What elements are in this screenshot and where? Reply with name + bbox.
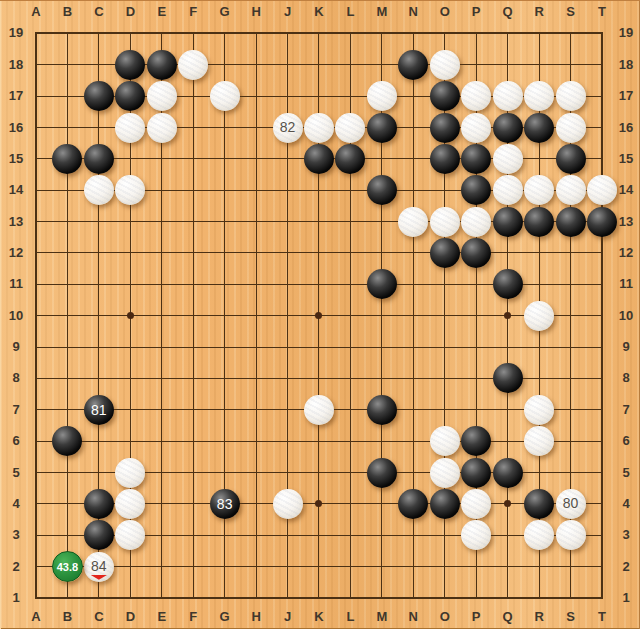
stone-white-D5 (115, 458, 145, 488)
grid-hline (35, 441, 603, 442)
stone-white-Q17 (493, 81, 523, 111)
coord-label-top: R (526, 4, 552, 20)
coord-label-top: N (400, 4, 426, 20)
stone-white-Q14 (493, 175, 523, 205)
coord-label-top: C (86, 4, 112, 20)
move-number-label: 82 (280, 120, 296, 134)
stone-white-E16 (147, 113, 177, 143)
star-point (315, 500, 322, 507)
stone-white-P4 (461, 489, 491, 519)
coord-label-right: 6 (613, 433, 639, 449)
coord-label-top: M (369, 4, 395, 20)
coord-label-bottom: O (432, 609, 458, 625)
stone-white-R14 (524, 175, 554, 205)
stone-black-M7 (367, 395, 397, 425)
coord-label-right: 7 (613, 402, 639, 418)
go-board[interactable]: AABBCCDDEEFFGGHHJJKKLLMMNNOOPPQQRRSSTT19… (0, 0, 640, 629)
coord-label-right: 4 (613, 496, 639, 512)
stone-black-M16 (367, 113, 397, 143)
star-point (504, 312, 511, 319)
coord-label-left: 11 (3, 276, 29, 292)
stone-black-M5 (367, 458, 397, 488)
stone-black-T13 (587, 207, 617, 237)
stone-white-O6 (430, 426, 460, 456)
coord-label-top: E (149, 4, 175, 20)
stone-black-S13 (556, 207, 586, 237)
stone-black-C4 (84, 489, 114, 519)
coord-label-top: Q (495, 4, 521, 20)
star-point (315, 312, 322, 319)
stone-white-F18 (178, 50, 208, 80)
coord-label-right: 9 (613, 339, 639, 355)
stone-white-S4: 80 (556, 489, 586, 519)
coord-label-bottom: D (117, 609, 143, 625)
stone-white-D3 (115, 520, 145, 550)
stone-black-Q13 (493, 207, 523, 237)
coord-label-left: 16 (3, 120, 29, 136)
coord-label-right: 10 (613, 308, 639, 324)
stone-black-D18 (115, 50, 145, 80)
coord-label-top: S (558, 4, 584, 20)
coord-label-right: 15 (613, 151, 639, 167)
coord-label-bottom: E (149, 609, 175, 625)
coord-label-right: 17 (613, 88, 639, 104)
stone-black-N4 (398, 489, 428, 519)
move-number-label: 80 (563, 496, 579, 510)
stone-white-T14 (587, 175, 617, 205)
coord-label-left: 6 (3, 433, 29, 449)
stone-black-C3 (84, 520, 114, 550)
stone-black-O15 (430, 144, 460, 174)
stone-white-K16 (304, 113, 334, 143)
stone-black-C15 (84, 144, 114, 174)
stone-white-D14 (115, 175, 145, 205)
move-number-label: 81 (91, 403, 107, 417)
stone-black-P12 (461, 238, 491, 268)
grid-hline (35, 566, 603, 567)
stone-white-S3 (556, 520, 586, 550)
stone-black-R4 (524, 489, 554, 519)
coord-label-left: 17 (3, 88, 29, 104)
stone-white-M17 (367, 81, 397, 111)
stone-black-O4 (430, 489, 460, 519)
coord-label-bottom: R (526, 609, 552, 625)
stone-black-Q16 (493, 113, 523, 143)
coord-label-left: 15 (3, 151, 29, 167)
coord-label-bottom: N (400, 609, 426, 625)
coord-label-right: 19 (613, 25, 639, 41)
stone-black-G4: 83 (210, 489, 240, 519)
stone-white-O5 (430, 458, 460, 488)
coord-label-bottom: J (275, 609, 301, 625)
stone-black-P15 (461, 144, 491, 174)
stone-white-J4 (273, 489, 303, 519)
coord-label-left: 13 (3, 214, 29, 230)
stone-black-K15 (304, 144, 334, 174)
coord-label-bottom: H (243, 609, 269, 625)
stone-black-E18 (147, 50, 177, 80)
coord-label-left: 1 (3, 590, 29, 606)
coord-label-right: 12 (613, 245, 639, 261)
stone-black-P6 (461, 426, 491, 456)
coord-label-right: 1 (613, 590, 639, 606)
stone-white-O13 (430, 207, 460, 237)
coord-label-left: 9 (3, 339, 29, 355)
coord-label-top: F (180, 4, 206, 20)
coord-label-top: J (275, 4, 301, 20)
stone-black-O17 (430, 81, 460, 111)
coord-label-top: A (23, 4, 49, 20)
coord-label-bottom: M (369, 609, 395, 625)
grid-vline (601, 32, 603, 599)
stone-white-S17 (556, 81, 586, 111)
stone-white-R3 (524, 520, 554, 550)
coord-label-bottom: K (306, 609, 332, 625)
stone-black-D17 (115, 81, 145, 111)
coord-label-top: H (243, 4, 269, 20)
grid-hline (35, 597, 603, 599)
coord-label-right: 5 (613, 465, 639, 481)
stone-black-C7: 81 (84, 395, 114, 425)
stone-white-N13 (398, 207, 428, 237)
stone-white-P17 (461, 81, 491, 111)
stone-black-B15 (52, 144, 82, 174)
stone-white-S16 (556, 113, 586, 143)
stone-white-L16 (335, 113, 365, 143)
coord-label-left: 8 (3, 370, 29, 386)
coord-label-bottom: A (23, 609, 49, 625)
stone-white-P3 (461, 520, 491, 550)
coord-label-right: 16 (613, 120, 639, 136)
coord-label-left: 18 (3, 57, 29, 73)
coord-label-top: B (54, 4, 80, 20)
coord-label-left: 3 (3, 527, 29, 543)
stone-black-O16 (430, 113, 460, 143)
coord-label-left: 14 (3, 182, 29, 198)
grid-hline (35, 347, 603, 348)
stone-black-Q8 (493, 363, 523, 393)
stone-black-O12 (430, 238, 460, 268)
star-point (127, 312, 134, 319)
go-review-screen: AABBCCDDEEFFGGHHJJKKLLMMNNOOPPQQRRSSTT19… (0, 0, 640, 629)
stone-black-R16 (524, 113, 554, 143)
coord-label-top: P (463, 4, 489, 20)
coord-label-left: 2 (3, 559, 29, 575)
stone-white-C2: 84 (84, 552, 114, 582)
coord-label-bottom: F (180, 609, 206, 625)
stone-black-M14 (367, 175, 397, 205)
stone-white-E17 (147, 81, 177, 111)
coord-label-left: 4 (3, 496, 29, 512)
coord-label-left: 12 (3, 245, 29, 261)
coord-label-top: G (212, 4, 238, 20)
ai-winrate-badge: 43.8 (52, 551, 83, 582)
stone-white-K7 (304, 395, 334, 425)
move-number-label: 83 (217, 497, 233, 511)
coord-label-left: 5 (3, 465, 29, 481)
stone-white-C14 (84, 175, 114, 205)
stone-white-R10 (524, 301, 554, 331)
stone-black-Q5 (493, 458, 523, 488)
stone-black-S15 (556, 144, 586, 174)
stone-white-R17 (524, 81, 554, 111)
stone-black-P14 (461, 175, 491, 205)
stone-white-G17 (210, 81, 240, 111)
coord-label-bottom: L (337, 609, 363, 625)
coord-label-right: 18 (613, 57, 639, 73)
stone-black-M11 (367, 269, 397, 299)
coord-label-bottom: P (463, 609, 489, 625)
stone-white-S14 (556, 175, 586, 205)
coord-label-top: K (306, 4, 332, 20)
coord-label-right: 2 (613, 559, 639, 575)
star-point (504, 500, 511, 507)
coord-label-right: 8 (613, 370, 639, 386)
stone-black-L15 (335, 144, 365, 174)
coord-label-bottom: B (54, 609, 80, 625)
coord-label-left: 10 (3, 308, 29, 324)
stone-white-D16 (115, 113, 145, 143)
coord-label-left: 7 (3, 402, 29, 418)
coord-label-top: O (432, 4, 458, 20)
stone-white-R7 (524, 395, 554, 425)
coord-label-bottom: Q (495, 609, 521, 625)
coord-label-bottom: C (86, 609, 112, 625)
stone-white-J16: 82 (273, 113, 303, 143)
stone-black-C17 (84, 81, 114, 111)
coord-label-bottom: S (558, 609, 584, 625)
stone-black-N18 (398, 50, 428, 80)
coord-label-right: 11 (613, 276, 639, 292)
move-number-label: 84 (91, 559, 107, 573)
stone-black-R13 (524, 207, 554, 237)
coord-label-top: L (337, 4, 363, 20)
stone-black-Q11 (493, 269, 523, 299)
winrate-drop-marker (90, 575, 107, 580)
coord-label-right: 3 (613, 527, 639, 543)
coord-label-top: T (589, 4, 615, 20)
coord-label-left: 19 (3, 25, 29, 41)
coord-label-bottom: T (589, 609, 615, 625)
stone-white-Q15 (493, 144, 523, 174)
stone-black-P5 (461, 458, 491, 488)
stone-white-P16 (461, 113, 491, 143)
stone-white-D4 (115, 489, 145, 519)
stone-white-R6 (524, 426, 554, 456)
stone-black-B6 (52, 426, 82, 456)
stone-white-P13 (461, 207, 491, 237)
stone-white-O18 (430, 50, 460, 80)
coord-label-bottom: G (212, 609, 238, 625)
coord-label-top: D (117, 4, 143, 20)
